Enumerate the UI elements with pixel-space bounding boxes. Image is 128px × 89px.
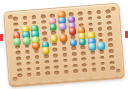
board-cell-r10c6 bbox=[71, 68, 81, 74]
hole bbox=[107, 26, 112, 30]
hole bbox=[71, 47, 76, 51]
hole bbox=[16, 57, 21, 61]
hole bbox=[18, 74, 23, 78]
hole bbox=[109, 49, 114, 53]
hole bbox=[108, 44, 113, 48]
hole bbox=[72, 52, 77, 56]
wooden-pegboard bbox=[3, 3, 124, 86]
hole bbox=[105, 9, 110, 13]
hole bbox=[53, 48, 58, 52]
hole bbox=[22, 16, 27, 20]
hole bbox=[64, 70, 69, 74]
hole bbox=[36, 67, 41, 71]
hole bbox=[92, 68, 97, 72]
hole bbox=[27, 73, 32, 77]
hole bbox=[34, 49, 39, 53]
hole bbox=[106, 21, 111, 25]
hole bbox=[87, 11, 92, 15]
hole bbox=[41, 14, 46, 18]
board-cell-r6c8 bbox=[87, 44, 97, 50]
hole bbox=[54, 59, 59, 63]
hole bbox=[97, 21, 102, 25]
hole bbox=[52, 42, 57, 46]
board-cell-r10c7 bbox=[80, 67, 90, 73]
hole bbox=[108, 38, 113, 42]
board-cell-r4c5 bbox=[59, 35, 69, 41]
hole bbox=[107, 32, 112, 36]
hole bbox=[63, 64, 68, 68]
hole bbox=[91, 56, 96, 60]
hole bbox=[25, 50, 30, 54]
board-cell-r2c5 bbox=[58, 23, 68, 29]
hole bbox=[98, 27, 103, 31]
board-cell-r10c10 bbox=[108, 65, 118, 71]
hole bbox=[13, 17, 18, 21]
hole bbox=[82, 63, 87, 67]
ball-orange[interactable] bbox=[59, 34, 67, 42]
hole bbox=[45, 72, 50, 76]
hole bbox=[41, 20, 46, 24]
hole bbox=[81, 51, 86, 55]
hole bbox=[54, 65, 59, 69]
hole bbox=[13, 22, 18, 26]
board-cell-r10c2 bbox=[34, 71, 44, 77]
hole bbox=[15, 45, 20, 49]
hole bbox=[98, 33, 103, 37]
ball-red[interactable] bbox=[68, 27, 76, 35]
hole bbox=[25, 56, 30, 60]
hole bbox=[62, 53, 67, 57]
hole bbox=[72, 58, 77, 62]
hole bbox=[63, 59, 68, 63]
hole-grid bbox=[11, 8, 118, 79]
hole bbox=[100, 61, 105, 65]
hole bbox=[44, 60, 49, 64]
board-cell-r10c9 bbox=[98, 66, 108, 72]
edge-watermark-right bbox=[125, 31, 128, 38]
hole bbox=[78, 17, 83, 21]
hole bbox=[88, 22, 93, 26]
hole bbox=[100, 56, 105, 60]
hole bbox=[96, 10, 101, 14]
hole bbox=[26, 67, 31, 71]
hole bbox=[73, 69, 78, 73]
hole bbox=[35, 61, 40, 65]
hole bbox=[110, 66, 115, 70]
board-cell-r10c4 bbox=[52, 70, 62, 76]
hole bbox=[101, 67, 106, 71]
board-cell-r10c8 bbox=[89, 67, 99, 73]
hole bbox=[16, 51, 21, 55]
hole bbox=[42, 26, 47, 30]
ball-cyan[interactable] bbox=[88, 43, 96, 51]
hole bbox=[81, 57, 86, 61]
hole bbox=[82, 69, 87, 73]
hole bbox=[42, 32, 47, 36]
hole bbox=[17, 68, 22, 72]
hole bbox=[62, 42, 67, 46]
hole bbox=[32, 15, 37, 19]
hole bbox=[91, 62, 96, 66]
board-cell-r10c0 bbox=[15, 72, 25, 78]
hole bbox=[45, 66, 50, 70]
edge-watermark-left bbox=[0, 34, 3, 41]
ball-light-green[interactable] bbox=[22, 37, 30, 45]
board-cell-r10c1 bbox=[24, 72, 34, 78]
product-photo-thumbnail[interactable] bbox=[0, 0, 128, 89]
hole bbox=[90, 51, 95, 55]
hole bbox=[106, 15, 111, 19]
board-cell-r4c1 bbox=[22, 37, 32, 43]
hole bbox=[110, 61, 115, 65]
hole bbox=[35, 55, 40, 59]
hole bbox=[87, 16, 92, 20]
hole bbox=[62, 47, 67, 51]
board-cell-r10c5 bbox=[61, 69, 71, 75]
hole bbox=[97, 16, 102, 20]
hole bbox=[26, 62, 31, 66]
ball-lavender[interactable] bbox=[59, 22, 67, 30]
hole bbox=[55, 71, 60, 75]
hole bbox=[109, 55, 114, 59]
hole bbox=[99, 50, 104, 54]
hole bbox=[44, 54, 49, 58]
hole bbox=[73, 64, 78, 68]
board-cell-r10c3 bbox=[43, 70, 53, 76]
hole bbox=[53, 54, 58, 58]
hole bbox=[25, 44, 30, 48]
hole bbox=[36, 72, 41, 76]
hole bbox=[17, 62, 22, 66]
ball-light-green[interactable] bbox=[13, 37, 21, 45]
hole bbox=[78, 12, 83, 16]
hole bbox=[80, 46, 85, 50]
